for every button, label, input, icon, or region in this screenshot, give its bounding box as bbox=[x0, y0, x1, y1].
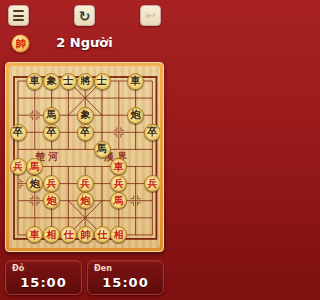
piece-black-cannon[interactable]: 炮 bbox=[127, 107, 144, 124]
refresh-icon: ↻ bbox=[79, 9, 91, 23]
black-clock-label: Đen bbox=[94, 264, 112, 273]
piece-black-advisor[interactable]: 士 bbox=[60, 73, 77, 90]
piece-red-pawn[interactable]: 兵 bbox=[77, 175, 94, 192]
piece-black-advisor[interactable]: 士 bbox=[94, 73, 111, 90]
black-clock-time: 15:00 bbox=[88, 275, 163, 290]
piece-black-elephant[interactable]: 象 bbox=[77, 107, 94, 124]
hamburger-icon bbox=[13, 10, 24, 21]
header: 帥 2 Người bbox=[0, 33, 169, 55]
toolbar: ↻ ↩ bbox=[0, 5, 169, 29]
piece-black-horse[interactable]: 馬 bbox=[94, 141, 111, 158]
red-clock-label: Đỏ bbox=[12, 264, 24, 273]
menu-button[interactable] bbox=[8, 5, 29, 26]
piece-black-general[interactable]: 將 bbox=[77, 73, 94, 90]
piece-red-general[interactable]: 帥 bbox=[77, 226, 94, 243]
board-grid[interactable]: 楚河 漢界 車象士將士車馬象炮卒卒卒卒馬炮兵馬車兵兵兵兵炮炮馬車相仕帥仕相 bbox=[9, 66, 160, 248]
piece-black-pawn[interactable]: 卒 bbox=[77, 124, 94, 141]
piece-black-horse[interactable]: 馬 bbox=[43, 107, 60, 124]
piece-red-cannon[interactable]: 炮 bbox=[77, 192, 94, 209]
page-title: 2 Người bbox=[0, 35, 169, 50]
piece-black-chariot[interactable]: 車 bbox=[26, 73, 43, 90]
piece-black-chariot[interactable]: 車 bbox=[127, 73, 144, 90]
undo-icon: ↩ bbox=[145, 9, 156, 22]
piece-red-pawn[interactable]: 兵 bbox=[10, 158, 27, 175]
piece-black-pawn[interactable]: 卒 bbox=[144, 124, 160, 141]
black-clock-panel: Đen 15:00 bbox=[87, 260, 164, 295]
xiangqi-board[interactable]: 楚河 漢界 車象士將士車馬象炮卒卒卒卒馬炮兵馬車兵兵兵兵炮炮馬車相仕帥仕相 bbox=[5, 62, 164, 252]
piece-black-pawn[interactable]: 卒 bbox=[10, 124, 27, 141]
piece-red-advisor[interactable]: 仕 bbox=[94, 226, 111, 243]
piece-red-pawn[interactable]: 兵 bbox=[144, 175, 160, 192]
undo-button[interactable]: ↩ bbox=[140, 5, 161, 26]
red-clock-time: 15:00 bbox=[6, 275, 81, 290]
piece-black-elephant[interactable]: 象 bbox=[43, 73, 60, 90]
board-lines bbox=[9, 66, 160, 248]
red-clock-panel: Đỏ 15:00 bbox=[5, 260, 82, 295]
piece-black-pawn[interactable]: 卒 bbox=[43, 124, 60, 141]
restart-button[interactable]: ↻ bbox=[74, 5, 95, 26]
